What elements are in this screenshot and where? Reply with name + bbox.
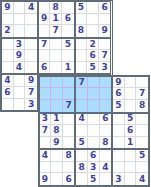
cell-lower-right-r7c7[interactable]	[113, 150, 125, 162]
cell-lower-right-r4c1[interactable]: 3	[40, 114, 52, 126]
cell-upper-left-r1c8[interactable]	[87, 2, 99, 14]
cell-upper-left-r1c2[interactable]	[14, 2, 26, 14]
cell-upper-left-r4c6[interactable]: 5	[62, 39, 74, 51]
cell-upper-left-r4c9[interactable]	[99, 39, 111, 51]
cell-lower-right-r6c6[interactable]: 8	[100, 137, 112, 149]
box: 942	[1, 1, 38, 38]
cell-lower-right-r3c2[interactable]	[51, 100, 63, 112]
cell-lower-right-r3c9[interactable]: 8	[136, 100, 148, 112]
cell-upper-left-r3c7[interactable]: 8	[76, 25, 88, 37]
cell-upper-left-r6c4[interactable]: 6	[39, 62, 51, 74]
cell-upper-left-r9c1[interactable]	[2, 99, 14, 111]
cell-lower-right-r1c7[interactable]: 9	[113, 77, 125, 89]
box: 49673	[1, 74, 38, 111]
cell-lower-right-r1c3[interactable]	[63, 77, 75, 89]
cell-lower-right-r8c1[interactable]	[40, 162, 52, 174]
cell-upper-left-r2c9[interactable]	[99, 14, 111, 26]
cell-upper-left-r8c3[interactable]: 7	[25, 87, 37, 99]
cell-upper-left-r4c4[interactable]: 7	[39, 39, 51, 51]
box: 7561	[38, 38, 75, 75]
cell-lower-right-r5c4[interactable]	[76, 125, 88, 137]
cell-lower-right-r2c4[interactable]	[76, 88, 88, 100]
cell-lower-right-r2c7[interactable]: 6	[113, 88, 125, 100]
cell-lower-right-r3c1[interactable]	[40, 100, 52, 112]
cell-upper-left-r1c3[interactable]: 4	[25, 2, 37, 14]
cell-lower-right-r8c9[interactable]	[136, 162, 148, 174]
cell-lower-right-r5c3[interactable]	[63, 125, 75, 137]
cell-lower-right-r4c6[interactable]: 6	[100, 114, 112, 126]
cell-upper-left-r4c8[interactable]: 2	[87, 39, 99, 51]
cell-lower-right-r7c8[interactable]	[125, 150, 137, 162]
box: 534	[112, 149, 149, 186]
cell-upper-left-r2c5[interactable]: 1	[50, 14, 62, 26]
cell-upper-left-r3c5[interactable]: 7	[50, 25, 62, 37]
cell-lower-right-r9c2[interactable]	[51, 173, 63, 185]
cell-lower-right-r5c5[interactable]	[88, 125, 100, 137]
cell-upper-left-r1c5[interactable]: 8	[50, 2, 62, 14]
cell-lower-right-r9c6[interactable]	[100, 173, 112, 185]
cell-lower-right-r5c1[interactable]: 7	[40, 125, 52, 137]
cell-upper-left-r3c9[interactable]: 9	[99, 25, 111, 37]
cell-lower-right-r1c4[interactable]: 7	[76, 77, 88, 89]
cell-upper-left-r4c1[interactable]	[2, 39, 14, 51]
box: 68345	[75, 149, 112, 186]
cell-lower-right-r6c7[interactable]	[113, 137, 125, 149]
cell-upper-left-r3c2[interactable]	[14, 25, 26, 37]
cell-lower-right-r8c4[interactable]: 8	[76, 162, 88, 174]
cell-lower-right-r8c7[interactable]	[113, 162, 125, 174]
cell-upper-left-r6c5[interactable]	[50, 62, 62, 74]
cell-lower-right-r6c9[interactable]	[136, 137, 148, 149]
cell-upper-left-r1c4[interactable]	[39, 2, 51, 14]
box: 89167	[38, 1, 75, 38]
box: 394	[1, 38, 38, 75]
cell-lower-right-r5c6[interactable]	[100, 125, 112, 137]
cell-lower-right-r9c5[interactable]: 5	[88, 173, 100, 185]
cell-lower-right-r8c8[interactable]	[125, 162, 137, 174]
cell-upper-left-r4c3[interactable]	[25, 39, 37, 51]
cell-upper-left-r5c1[interactable]	[2, 50, 14, 62]
cell-lower-right-r6c8[interactable]: 1	[125, 137, 137, 149]
shared-box-highlighted: 7	[39, 76, 76, 113]
cell-lower-right-r2c8[interactable]	[125, 88, 137, 100]
cell-lower-right-r5c9[interactable]	[136, 125, 148, 137]
cell-lower-right-r2c5[interactable]	[88, 88, 100, 100]
cell-upper-left-r3c1[interactable]: 2	[2, 25, 14, 37]
cell-upper-left-r9c2[interactable]	[14, 99, 26, 111]
cell-lower-right-r3c6[interactable]	[100, 100, 112, 112]
box: 96758	[112, 76, 149, 113]
cell-upper-left-r8c1[interactable]: 6	[2, 87, 14, 99]
cell-upper-left-r3c6[interactable]	[62, 25, 74, 37]
cell-upper-left-r6c7[interactable]	[76, 62, 88, 74]
cell-lower-right-r2c6[interactable]	[100, 88, 112, 100]
cell-upper-left-r2c2[interactable]	[14, 14, 26, 26]
sudoku-grid-lower-right: 7796758317894658561489668345534	[38, 75, 151, 187]
cell-upper-left-r2c8[interactable]	[87, 14, 99, 26]
shared-box-highlighted: 7	[75, 76, 112, 113]
cell-upper-left-r5c2[interactable]: 9	[14, 50, 26, 62]
cell-upper-left-r6c9[interactable]: 3	[99, 62, 111, 74]
cell-upper-left-r5c6[interactable]	[62, 50, 74, 62]
cell-lower-right-r1c2[interactable]	[51, 77, 63, 89]
cell-lower-right-r8c3[interactable]	[63, 162, 75, 174]
cell-lower-right-r8c5[interactable]: 3	[88, 162, 100, 174]
cell-upper-left-r1c1[interactable]: 9	[2, 2, 14, 14]
cell-upper-left-r7c3[interactable]: 9	[25, 75, 37, 87]
cell-lower-right-r1c9[interactable]	[136, 77, 148, 89]
cell-upper-left-r5c7[interactable]	[76, 50, 88, 62]
cell-upper-left-r2c1[interactable]	[2, 14, 14, 26]
cell-lower-right-r8c6[interactable]: 4	[100, 162, 112, 174]
cell-lower-right-r4c9[interactable]	[136, 114, 148, 126]
cell-lower-right-r9c7[interactable]: 3	[113, 173, 125, 185]
cell-upper-left-r1c9[interactable]: 6	[99, 2, 111, 14]
box: 31789	[39, 113, 76, 150]
box: 26753	[75, 38, 112, 75]
cell-lower-right-r3c3[interactable]: 7	[63, 100, 75, 112]
cell-upper-left-r2c7[interactable]	[76, 14, 88, 26]
cell-lower-right-r4c3[interactable]	[63, 114, 75, 126]
cell-upper-left-r4c2[interactable]: 3	[14, 39, 26, 51]
cell-lower-right-r1c6[interactable]	[100, 77, 112, 89]
cell-upper-left-r5c8[interactable]: 6	[87, 50, 99, 62]
cell-lower-right-r9c8[interactable]	[125, 173, 137, 185]
cell-lower-right-r5c8[interactable]: 6	[125, 125, 137, 137]
cell-upper-left-r7c1[interactable]: 4	[2, 75, 14, 87]
cell-lower-right-r4c5[interactable]	[88, 114, 100, 126]
cell-lower-right-r8c2[interactable]	[51, 162, 63, 174]
cell-lower-right-r3c7[interactable]: 5	[113, 100, 125, 112]
cell-lower-right-r2c1[interactable]	[40, 88, 52, 100]
cell-upper-left-r5c3[interactable]	[25, 50, 37, 62]
cell-upper-left-r4c5[interactable]	[50, 39, 62, 51]
cell-lower-right-r6c2[interactable]: 9	[51, 137, 63, 149]
cell-lower-right-r6c1[interactable]	[40, 137, 52, 149]
cell-lower-right-r7c1[interactable]: 4	[40, 150, 52, 162]
cell-lower-right-r4c7[interactable]	[113, 114, 125, 126]
cell-upper-left-r1c6[interactable]	[62, 2, 74, 14]
cell-lower-right-r4c8[interactable]: 5	[125, 114, 137, 126]
cell-lower-right-r9c4[interactable]	[76, 173, 88, 185]
cell-lower-right-r9c1[interactable]: 9	[40, 173, 52, 185]
cell-lower-right-r5c7[interactable]	[113, 125, 125, 137]
cell-lower-right-r1c1[interactable]	[40, 77, 52, 89]
cell-upper-left-r9c3[interactable]: 3	[25, 99, 37, 111]
cell-upper-left-r7c2[interactable]	[14, 75, 26, 87]
cell-lower-right-r3c4[interactable]	[76, 100, 88, 112]
cell-upper-left-r3c3[interactable]	[25, 25, 37, 37]
cell-upper-left-r5c9[interactable]: 7	[99, 50, 111, 62]
box: 4896	[39, 149, 76, 186]
cell-upper-left-r6c6[interactable]: 1	[62, 62, 74, 74]
cell-lower-right-r7c3[interactable]: 8	[63, 150, 75, 162]
cell-lower-right-r6c3[interactable]	[63, 137, 75, 149]
cell-lower-right-r3c5[interactable]	[88, 100, 100, 112]
cell-upper-left-r5c4[interactable]	[39, 50, 51, 62]
box: 4658	[75, 113, 112, 150]
cell-upper-left-r2c6[interactable]: 6	[62, 14, 74, 26]
cell-upper-left-r8c2[interactable]	[14, 87, 26, 99]
cell-upper-left-r2c3[interactable]	[25, 14, 37, 26]
cell-upper-left-r5c5[interactable]	[50, 50, 62, 62]
cell-lower-right-r4c2[interactable]: 1	[51, 114, 63, 126]
cell-upper-left-r4c7[interactable]	[76, 39, 88, 51]
cell-upper-left-r3c4[interactable]	[39, 25, 51, 37]
cell-lower-right-r7c9[interactable]: 5	[136, 150, 148, 162]
cell-lower-right-r5c2[interactable]: 8	[51, 125, 63, 137]
cell-upper-left-r6c1[interactable]	[2, 62, 14, 74]
box: 5689	[75, 1, 112, 38]
sudoku-board: 9428916756893947561267534967377 77967583…	[0, 0, 150, 187]
cell-lower-right-r3c8[interactable]	[125, 100, 137, 112]
cell-upper-left-r2c4[interactable]: 9	[39, 14, 51, 26]
cell-upper-left-r6c2[interactable]: 4	[14, 62, 26, 74]
cell-upper-left-r3c8[interactable]	[87, 25, 99, 37]
cell-lower-right-r6c5[interactable]	[88, 137, 100, 149]
cell-lower-right-r7c4[interactable]	[76, 150, 88, 162]
cell-upper-left-r6c8[interactable]: 5	[87, 62, 99, 74]
cell-lower-right-r7c2[interactable]	[51, 150, 63, 162]
cell-lower-right-r6c4[interactable]: 5	[76, 137, 88, 149]
cell-upper-left-r6c3[interactable]	[25, 62, 37, 74]
cell-lower-right-r4c4[interactable]: 4	[76, 114, 88, 126]
cell-lower-right-r1c8[interactable]	[125, 77, 137, 89]
cell-lower-right-r7c5[interactable]: 6	[88, 150, 100, 162]
cell-upper-left-r1c7[interactable]: 5	[76, 2, 88, 14]
cell-lower-right-r9c9[interactable]: 4	[136, 173, 148, 185]
cell-lower-right-r2c9[interactable]: 7	[136, 88, 148, 100]
cell-lower-right-r9c3[interactable]: 6	[63, 173, 75, 185]
cell-lower-right-r1c5[interactable]	[88, 77, 100, 89]
cell-lower-right-r2c2[interactable]	[51, 88, 63, 100]
cell-lower-right-r2c3[interactable]	[63, 88, 75, 100]
box: 561	[112, 113, 149, 150]
cell-lower-right-r7c6[interactable]	[100, 150, 112, 162]
